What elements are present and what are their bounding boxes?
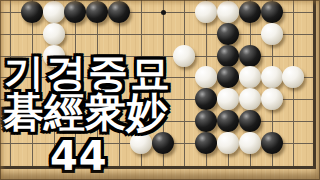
black-stone[interactable] <box>195 110 217 132</box>
black-stone[interactable] <box>64 1 86 23</box>
black-stone[interactable] <box>261 132 283 154</box>
black-stone[interactable] <box>195 132 217 154</box>
white-stone[interactable] <box>261 88 283 110</box>
black-stone[interactable] <box>239 45 261 67</box>
white-stone[interactable] <box>261 23 283 45</box>
white-stone[interactable] <box>239 66 261 88</box>
black-stone[interactable] <box>217 110 239 132</box>
black-stone[interactable] <box>217 45 239 67</box>
grid-line-vertical <box>184 0 185 166</box>
white-stone[interactable] <box>195 66 217 88</box>
star-point <box>161 10 166 15</box>
white-stone[interactable] <box>217 88 239 110</box>
black-stone[interactable] <box>217 66 239 88</box>
black-stone[interactable] <box>195 88 217 110</box>
black-stone[interactable] <box>239 110 261 132</box>
white-stone[interactable] <box>239 132 261 154</box>
black-stone[interactable] <box>21 1 43 23</box>
white-stone[interactable] <box>261 66 283 88</box>
black-stone[interactable] <box>108 1 130 23</box>
problem-number: 44 <box>50 136 108 176</box>
white-stone[interactable] <box>43 1 65 23</box>
black-stone[interactable] <box>261 1 283 23</box>
title-korean: 기경중묘 <box>4 53 172 93</box>
white-stone[interactable] <box>282 66 304 88</box>
white-stone[interactable] <box>217 132 239 154</box>
board-frame-bottom <box>0 166 316 169</box>
board-frame-right <box>313 0 316 169</box>
white-stone[interactable] <box>217 1 239 23</box>
white-stone[interactable] <box>239 88 261 110</box>
black-stone[interactable] <box>239 1 261 23</box>
black-stone[interactable] <box>217 23 239 45</box>
white-stone[interactable] <box>173 45 195 67</box>
go-problem-diagram: 기경중묘 碁經衆妙 44 <box>0 0 320 180</box>
black-stone[interactable] <box>86 1 108 23</box>
white-stone[interactable] <box>43 23 65 45</box>
white-stone[interactable] <box>195 1 217 23</box>
title-hanja: 碁經衆妙 <box>3 92 167 133</box>
